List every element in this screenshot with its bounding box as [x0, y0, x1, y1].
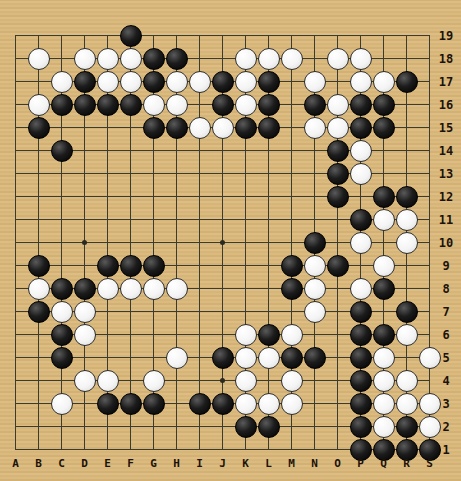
intersection-O6[interactable]	[326, 323, 349, 346]
intersection-F12[interactable]	[119, 185, 142, 208]
intersection-B13[interactable]	[27, 162, 50, 185]
intersection-P7[interactable]	[349, 300, 372, 323]
intersection-B15[interactable]	[27, 116, 50, 139]
intersection-R17[interactable]	[395, 70, 418, 93]
intersection-O7[interactable]	[326, 300, 349, 323]
intersection-J9[interactable]	[211, 254, 234, 277]
intersection-H3[interactable]	[165, 392, 188, 415]
intersection-B9[interactable]	[27, 254, 50, 277]
intersection-O9[interactable]	[326, 254, 349, 277]
intersection-E6[interactable]	[96, 323, 119, 346]
intersection-D17[interactable]	[73, 70, 96, 93]
intersection-C4[interactable]	[50, 369, 73, 392]
intersection-I19[interactable]	[188, 24, 211, 47]
intersection-D16[interactable]	[73, 93, 96, 116]
intersection-Q14[interactable]	[372, 139, 395, 162]
intersection-L19[interactable]	[257, 24, 280, 47]
intersection-E9[interactable]	[96, 254, 119, 277]
intersection-A8[interactable]	[4, 277, 27, 300]
intersection-Q9[interactable]	[372, 254, 395, 277]
intersection-E8[interactable]	[96, 277, 119, 300]
intersection-J11[interactable]	[211, 208, 234, 231]
intersection-D18[interactable]	[73, 47, 96, 70]
intersection-C17[interactable]	[50, 70, 73, 93]
intersection-J2[interactable]	[211, 415, 234, 438]
intersection-B18[interactable]	[27, 47, 50, 70]
intersection-A18[interactable]	[4, 47, 27, 70]
intersection-M19[interactable]	[280, 24, 303, 47]
intersection-R5[interactable]	[395, 346, 418, 369]
intersection-E18[interactable]	[96, 47, 119, 70]
intersection-A7[interactable]	[4, 300, 27, 323]
intersection-I11[interactable]	[188, 208, 211, 231]
intersection-M13[interactable]	[280, 162, 303, 185]
intersection-H8[interactable]	[165, 277, 188, 300]
intersection-I4[interactable]	[188, 369, 211, 392]
intersection-K17[interactable]	[234, 70, 257, 93]
intersection-G7[interactable]	[142, 300, 165, 323]
intersection-N11[interactable]	[303, 208, 326, 231]
intersection-J17[interactable]	[211, 70, 234, 93]
intersection-F9[interactable]	[119, 254, 142, 277]
intersection-D12[interactable]	[73, 185, 96, 208]
intersection-G5[interactable]	[142, 346, 165, 369]
intersection-R10[interactable]	[395, 231, 418, 254]
intersection-A5[interactable]	[4, 346, 27, 369]
intersection-D2[interactable]	[73, 415, 96, 438]
intersection-P19[interactable]	[349, 24, 372, 47]
intersection-J15[interactable]	[211, 116, 234, 139]
intersection-J3[interactable]	[211, 392, 234, 415]
intersection-A17[interactable]	[4, 70, 27, 93]
intersection-K5[interactable]	[234, 346, 257, 369]
intersection-R8[interactable]	[395, 277, 418, 300]
intersection-Q10[interactable]	[372, 231, 395, 254]
intersection-L7[interactable]	[257, 300, 280, 323]
intersection-O11[interactable]	[326, 208, 349, 231]
intersection-M10[interactable]	[280, 231, 303, 254]
intersection-I15[interactable]	[188, 116, 211, 139]
intersection-D9[interactable]	[73, 254, 96, 277]
intersection-I8[interactable]	[188, 277, 211, 300]
intersection-I16[interactable]	[188, 93, 211, 116]
intersection-D3[interactable]	[73, 392, 96, 415]
intersection-K15[interactable]	[234, 116, 257, 139]
intersection-J6[interactable]	[211, 323, 234, 346]
intersection-H11[interactable]	[165, 208, 188, 231]
intersection-A6[interactable]	[4, 323, 27, 346]
intersection-J7[interactable]	[211, 300, 234, 323]
intersection-O10[interactable]	[326, 231, 349, 254]
intersection-H2[interactable]	[165, 415, 188, 438]
intersection-Q19[interactable]	[372, 24, 395, 47]
intersection-A10[interactable]	[4, 231, 27, 254]
intersection-N14[interactable]	[303, 139, 326, 162]
intersection-K19[interactable]	[234, 24, 257, 47]
intersection-I3[interactable]	[188, 392, 211, 415]
intersection-P4[interactable]	[349, 369, 372, 392]
intersection-K3[interactable]	[234, 392, 257, 415]
intersection-N10[interactable]	[303, 231, 326, 254]
intersection-H17[interactable]	[165, 70, 188, 93]
intersection-K6[interactable]	[234, 323, 257, 346]
intersection-L5[interactable]	[257, 346, 280, 369]
intersection-P8[interactable]	[349, 277, 372, 300]
intersection-P16[interactable]	[349, 93, 372, 116]
intersection-I10[interactable]	[188, 231, 211, 254]
intersection-G13[interactable]	[142, 162, 165, 185]
intersection-J8[interactable]	[211, 277, 234, 300]
intersection-L4[interactable]	[257, 369, 280, 392]
intersection-K12[interactable]	[234, 185, 257, 208]
intersection-K16[interactable]	[234, 93, 257, 116]
intersection-F14[interactable]	[119, 139, 142, 162]
intersection-F6[interactable]	[119, 323, 142, 346]
intersection-C16[interactable]	[50, 93, 73, 116]
intersection-I17[interactable]	[188, 70, 211, 93]
intersection-Q6[interactable]	[372, 323, 395, 346]
intersection-D4[interactable]	[73, 369, 96, 392]
intersection-J13[interactable]	[211, 162, 234, 185]
intersection-P15[interactable]	[349, 116, 372, 139]
intersection-M16[interactable]	[280, 93, 303, 116]
intersection-R6[interactable]	[395, 323, 418, 346]
intersection-B7[interactable]	[27, 300, 50, 323]
intersection-J16[interactable]	[211, 93, 234, 116]
intersection-C18[interactable]	[50, 47, 73, 70]
intersection-C10[interactable]	[50, 231, 73, 254]
intersection-I13[interactable]	[188, 162, 211, 185]
intersection-N9[interactable]	[303, 254, 326, 277]
intersection-A13[interactable]	[4, 162, 27, 185]
intersection-P11[interactable]	[349, 208, 372, 231]
intersection-A15[interactable]	[4, 116, 27, 139]
intersection-B2[interactable]	[27, 415, 50, 438]
intersection-N18[interactable]	[303, 47, 326, 70]
intersection-F11[interactable]	[119, 208, 142, 231]
intersection-F10[interactable]	[119, 231, 142, 254]
intersection-G16[interactable]	[142, 93, 165, 116]
intersection-L15[interactable]	[257, 116, 280, 139]
intersection-J18[interactable]	[211, 47, 234, 70]
intersection-I14[interactable]	[188, 139, 211, 162]
intersection-O12[interactable]	[326, 185, 349, 208]
intersection-E16[interactable]	[96, 93, 119, 116]
intersection-O3[interactable]	[326, 392, 349, 415]
intersection-B3[interactable]	[27, 392, 50, 415]
intersection-E10[interactable]	[96, 231, 119, 254]
intersection-O14[interactable]	[326, 139, 349, 162]
intersection-M15[interactable]	[280, 116, 303, 139]
intersection-K11[interactable]	[234, 208, 257, 231]
intersection-O19[interactable]	[326, 24, 349, 47]
intersection-A9[interactable]	[4, 254, 27, 277]
intersection-H10[interactable]	[165, 231, 188, 254]
intersection-H13[interactable]	[165, 162, 188, 185]
intersection-M9[interactable]	[280, 254, 303, 277]
intersection-N12[interactable]	[303, 185, 326, 208]
intersection-R18[interactable]	[395, 47, 418, 70]
intersection-N7[interactable]	[303, 300, 326, 323]
intersection-A14[interactable]	[4, 139, 27, 162]
intersection-I7[interactable]	[188, 300, 211, 323]
intersection-M3[interactable]	[280, 392, 303, 415]
intersection-B10[interactable]	[27, 231, 50, 254]
intersection-H6[interactable]	[165, 323, 188, 346]
intersection-P2[interactable]	[349, 415, 372, 438]
intersection-H14[interactable]	[165, 139, 188, 162]
intersection-E17[interactable]	[96, 70, 119, 93]
intersection-P5[interactable]	[349, 346, 372, 369]
intersection-C7[interactable]	[50, 300, 73, 323]
intersection-M7[interactable]	[280, 300, 303, 323]
intersection-B19[interactable]	[27, 24, 50, 47]
intersection-Q13[interactable]	[372, 162, 395, 185]
intersection-I9[interactable]	[188, 254, 211, 277]
intersection-E11[interactable]	[96, 208, 119, 231]
intersection-M5[interactable]	[280, 346, 303, 369]
intersection-J19[interactable]	[211, 24, 234, 47]
intersection-E5[interactable]	[96, 346, 119, 369]
intersection-A11[interactable]	[4, 208, 27, 231]
intersection-A16[interactable]	[4, 93, 27, 116]
intersection-M2[interactable]	[280, 415, 303, 438]
intersection-P3[interactable]	[349, 392, 372, 415]
intersection-O5[interactable]	[326, 346, 349, 369]
intersection-P14[interactable]	[349, 139, 372, 162]
intersection-B5[interactable]	[27, 346, 50, 369]
intersection-A3[interactable]	[4, 392, 27, 415]
intersection-I12[interactable]	[188, 185, 211, 208]
intersection-G17[interactable]	[142, 70, 165, 93]
intersection-K18[interactable]	[234, 47, 257, 70]
intersection-D5[interactable]	[73, 346, 96, 369]
intersection-F17[interactable]	[119, 70, 142, 93]
intersection-C9[interactable]	[50, 254, 73, 277]
intersection-N17[interactable]	[303, 70, 326, 93]
intersection-B6[interactable]	[27, 323, 50, 346]
intersection-G11[interactable]	[142, 208, 165, 231]
intersection-O16[interactable]	[326, 93, 349, 116]
intersection-O13[interactable]	[326, 162, 349, 185]
intersection-A2[interactable]	[4, 415, 27, 438]
intersection-D15[interactable]	[73, 116, 96, 139]
intersection-B4[interactable]	[27, 369, 50, 392]
intersection-L11[interactable]	[257, 208, 280, 231]
intersection-C14[interactable]	[50, 139, 73, 162]
intersection-N8[interactable]	[303, 277, 326, 300]
intersection-F2[interactable]	[119, 415, 142, 438]
intersection-F5[interactable]	[119, 346, 142, 369]
intersection-O15[interactable]	[326, 116, 349, 139]
intersection-R15[interactable]	[395, 116, 418, 139]
intersection-H7[interactable]	[165, 300, 188, 323]
intersection-G4[interactable]	[142, 369, 165, 392]
intersection-G12[interactable]	[142, 185, 165, 208]
intersection-H4[interactable]	[165, 369, 188, 392]
intersection-Q12[interactable]	[372, 185, 395, 208]
intersection-F16[interactable]	[119, 93, 142, 116]
intersection-R14[interactable]	[395, 139, 418, 162]
intersection-C2[interactable]	[50, 415, 73, 438]
intersection-F15[interactable]	[119, 116, 142, 139]
intersection-C11[interactable]	[50, 208, 73, 231]
intersection-Q2[interactable]	[372, 415, 395, 438]
intersection-Q4[interactable]	[372, 369, 395, 392]
intersection-B11[interactable]	[27, 208, 50, 231]
intersection-F18[interactable]	[119, 47, 142, 70]
intersection-Q8[interactable]	[372, 277, 395, 300]
intersection-H12[interactable]	[165, 185, 188, 208]
intersection-N4[interactable]	[303, 369, 326, 392]
intersection-Q3[interactable]	[372, 392, 395, 415]
intersection-D13[interactable]	[73, 162, 96, 185]
intersection-L6[interactable]	[257, 323, 280, 346]
intersection-F3[interactable]	[119, 392, 142, 415]
intersection-C5[interactable]	[50, 346, 73, 369]
intersection-F4[interactable]	[119, 369, 142, 392]
intersection-Q7[interactable]	[372, 300, 395, 323]
intersection-R7[interactable]	[395, 300, 418, 323]
intersection-O8[interactable]	[326, 277, 349, 300]
intersection-P10[interactable]	[349, 231, 372, 254]
intersection-H5[interactable]	[165, 346, 188, 369]
intersection-Q16[interactable]	[372, 93, 395, 116]
intersection-G10[interactable]	[142, 231, 165, 254]
intersection-R11[interactable]	[395, 208, 418, 231]
intersection-F19[interactable]	[119, 24, 142, 47]
intersection-K7[interactable]	[234, 300, 257, 323]
intersection-Q17[interactable]	[372, 70, 395, 93]
intersection-L13[interactable]	[257, 162, 280, 185]
intersection-B16[interactable]	[27, 93, 50, 116]
intersection-I6[interactable]	[188, 323, 211, 346]
intersection-O4[interactable]	[326, 369, 349, 392]
intersection-B8[interactable]	[27, 277, 50, 300]
intersection-O17[interactable]	[326, 70, 349, 93]
intersection-O2[interactable]	[326, 415, 349, 438]
intersection-E13[interactable]	[96, 162, 119, 185]
intersection-R12[interactable]	[395, 185, 418, 208]
intersection-G14[interactable]	[142, 139, 165, 162]
intersection-Q15[interactable]	[372, 116, 395, 139]
intersection-N19[interactable]	[303, 24, 326, 47]
intersection-K2[interactable]	[234, 415, 257, 438]
intersection-A4[interactable]	[4, 369, 27, 392]
intersection-H9[interactable]	[165, 254, 188, 277]
intersection-L2[interactable]	[257, 415, 280, 438]
intersection-E12[interactable]	[96, 185, 119, 208]
intersection-Q5[interactable]	[372, 346, 395, 369]
intersection-C13[interactable]	[50, 162, 73, 185]
intersection-N6[interactable]	[303, 323, 326, 346]
intersection-G3[interactable]	[142, 392, 165, 415]
intersection-N13[interactable]	[303, 162, 326, 185]
intersection-G19[interactable]	[142, 24, 165, 47]
intersection-G18[interactable]	[142, 47, 165, 70]
intersection-H16[interactable]	[165, 93, 188, 116]
intersection-K10[interactable]	[234, 231, 257, 254]
intersection-D14[interactable]	[73, 139, 96, 162]
intersection-L14[interactable]	[257, 139, 280, 162]
intersection-F8[interactable]	[119, 277, 142, 300]
intersection-E4[interactable]	[96, 369, 119, 392]
intersection-L9[interactable]	[257, 254, 280, 277]
intersection-E15[interactable]	[96, 116, 119, 139]
intersection-Q11[interactable]	[372, 208, 395, 231]
intersection-C8[interactable]	[50, 277, 73, 300]
intersection-F13[interactable]	[119, 162, 142, 185]
intersection-L10[interactable]	[257, 231, 280, 254]
intersection-R4[interactable]	[395, 369, 418, 392]
intersection-K14[interactable]	[234, 139, 257, 162]
intersection-M17[interactable]	[280, 70, 303, 93]
intersection-M14[interactable]	[280, 139, 303, 162]
intersection-M18[interactable]	[280, 47, 303, 70]
intersection-G2[interactable]	[142, 415, 165, 438]
intersection-N5[interactable]	[303, 346, 326, 369]
intersection-F7[interactable]	[119, 300, 142, 323]
intersection-P13[interactable]	[349, 162, 372, 185]
intersection-R3[interactable]	[395, 392, 418, 415]
intersection-K4[interactable]	[234, 369, 257, 392]
intersection-C12[interactable]	[50, 185, 73, 208]
intersection-L17[interactable]	[257, 70, 280, 93]
intersection-C6[interactable]	[50, 323, 73, 346]
intersection-P9[interactable]	[349, 254, 372, 277]
intersection-N3[interactable]	[303, 392, 326, 415]
intersection-L12[interactable]	[257, 185, 280, 208]
intersection-D6[interactable]	[73, 323, 96, 346]
intersection-E19[interactable]	[96, 24, 119, 47]
intersection-P18[interactable]	[349, 47, 372, 70]
intersection-E3[interactable]	[96, 392, 119, 415]
intersection-J4[interactable]	[211, 369, 234, 392]
intersection-P6[interactable]	[349, 323, 372, 346]
intersection-R13[interactable]	[395, 162, 418, 185]
intersection-D8[interactable]	[73, 277, 96, 300]
intersection-C3[interactable]	[50, 392, 73, 415]
intersection-M6[interactable]	[280, 323, 303, 346]
intersection-I2[interactable]	[188, 415, 211, 438]
intersection-I5[interactable]	[188, 346, 211, 369]
intersection-J14[interactable]	[211, 139, 234, 162]
intersection-C19[interactable]	[50, 24, 73, 47]
intersection-G9[interactable]	[142, 254, 165, 277]
intersection-H18[interactable]	[165, 47, 188, 70]
intersection-J10[interactable]	[211, 231, 234, 254]
intersection-A12[interactable]	[4, 185, 27, 208]
intersection-G15[interactable]	[142, 116, 165, 139]
intersection-E2[interactable]	[96, 415, 119, 438]
intersection-D10[interactable]	[73, 231, 96, 254]
intersection-K13[interactable]	[234, 162, 257, 185]
intersection-O18[interactable]	[326, 47, 349, 70]
intersection-A19[interactable]	[4, 24, 27, 47]
intersection-B17[interactable]	[27, 70, 50, 93]
intersection-N2[interactable]	[303, 415, 326, 438]
intersection-J12[interactable]	[211, 185, 234, 208]
intersection-H15[interactable]	[165, 116, 188, 139]
intersection-G8[interactable]	[142, 277, 165, 300]
intersection-J5[interactable]	[211, 346, 234, 369]
intersection-L18[interactable]	[257, 47, 280, 70]
intersection-K8[interactable]	[234, 277, 257, 300]
intersection-M11[interactable]	[280, 208, 303, 231]
intersection-M8[interactable]	[280, 277, 303, 300]
intersection-L16[interactable]	[257, 93, 280, 116]
intersection-R19[interactable]	[395, 24, 418, 47]
